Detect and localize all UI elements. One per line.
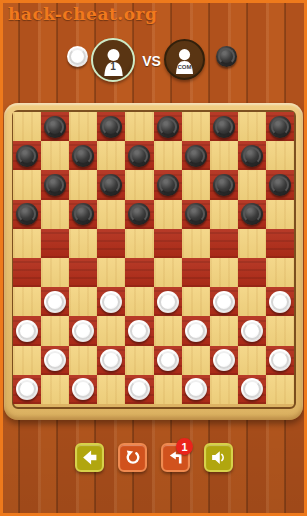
player2-label: COM [166,64,203,70]
board-square[interactable] [210,229,238,258]
vs-label: VS [138,53,165,69]
board-square[interactable] [69,229,97,258]
board-square[interactable] [266,316,294,345]
person-icon [172,47,197,78]
board-square[interactable] [97,375,125,404]
board-square[interactable] [69,346,97,375]
board-square[interactable] [238,316,266,345]
game-screen: hack-cheat.org 1 VS COM [0,0,307,516]
board-square[interactable] [125,346,153,375]
board-square[interactable] [238,375,266,404]
back-arrow-icon [81,449,98,466]
checker-white[interactable] [100,349,122,371]
board-square[interactable] [182,141,210,170]
board-square[interactable] [41,316,69,345]
board-square[interactable] [210,141,238,170]
checker-white[interactable] [100,291,122,313]
checker-black[interactable] [157,174,179,196]
board-square[interactable] [125,112,153,141]
board-square[interactable] [13,229,41,258]
board-square[interactable] [154,287,182,316]
board-square[interactable] [125,287,153,316]
checker-black[interactable] [72,203,94,225]
board-square[interactable] [69,141,97,170]
back-button[interactable] [75,443,104,472]
board-square[interactable] [69,112,97,141]
board-square[interactable] [125,375,153,404]
board-square[interactable] [69,170,97,199]
checker-black[interactable] [185,203,207,225]
board-square[interactable] [97,258,125,287]
board-square[interactable] [13,112,41,141]
checker-black[interactable] [157,116,179,138]
board-square[interactable] [125,258,153,287]
board-square[interactable] [182,112,210,141]
board-square[interactable] [266,258,294,287]
undo-count-badge: 1 [176,438,193,455]
board-square[interactable] [182,200,210,229]
board-square[interactable] [266,229,294,258]
board-square[interactable] [154,316,182,345]
board-square[interactable] [41,375,69,404]
board-square[interactable] [238,112,266,141]
board-square[interactable] [238,141,266,170]
board-square[interactable] [266,141,294,170]
board-square[interactable] [238,200,266,229]
board-square[interactable] [238,258,266,287]
board-square[interactable] [266,346,294,375]
board-square[interactable] [238,229,266,258]
board-square[interactable] [210,346,238,375]
white-side-indicator-disc [67,46,88,67]
watermark-text: hack-cheat.org [8,4,157,24]
board-square[interactable] [154,258,182,287]
checker-white[interactable] [185,378,207,400]
checker-black[interactable] [213,174,235,196]
checker-black[interactable] [241,145,263,167]
board-square[interactable] [210,258,238,287]
board-square[interactable] [210,316,238,345]
board-square[interactable] [97,316,125,345]
checker-white[interactable] [44,291,66,313]
board-square[interactable] [97,112,125,141]
player2-avatar: COM [164,39,205,80]
checker-white[interactable] [44,349,66,371]
board-square[interactable] [69,200,97,229]
board-square[interactable] [210,170,238,199]
board-square[interactable] [182,229,210,258]
board-square[interactable] [13,316,41,345]
checker-white[interactable] [185,320,207,342]
checker-black[interactable] [185,145,207,167]
board-square[interactable] [182,346,210,375]
board-square[interactable] [238,287,266,316]
board-square[interactable] [97,229,125,258]
board-square[interactable] [41,112,69,141]
player1-label: 1 [93,61,133,72]
checker-black[interactable] [44,174,66,196]
checker-white[interactable] [157,291,179,313]
checker-black[interactable] [269,174,291,196]
board-square[interactable] [125,200,153,229]
board-square[interactable] [210,375,238,404]
board-square[interactable] [13,375,41,404]
board-square[interactable] [41,287,69,316]
board-grid [13,112,294,404]
checker-black[interactable] [100,174,122,196]
board-square[interactable] [41,258,69,287]
sound-button[interactable] [204,443,233,472]
board-square[interactable] [266,375,294,404]
checker-black[interactable] [44,116,66,138]
checker-black[interactable] [16,145,38,167]
board-square[interactable] [97,200,125,229]
checker-white[interactable] [128,320,150,342]
board-square[interactable] [97,287,125,316]
board-square[interactable] [238,346,266,375]
checker-black[interactable] [269,116,291,138]
board-square[interactable] [154,229,182,258]
board-square[interactable] [97,346,125,375]
board-square[interactable] [182,258,210,287]
board-square[interactable] [41,346,69,375]
speaker-icon [210,449,227,466]
board-square[interactable] [13,346,41,375]
board-square[interactable] [182,170,210,199]
checker-white[interactable] [213,349,235,371]
checker-black[interactable] [100,116,122,138]
board-square[interactable] [210,287,238,316]
checker-white[interactable] [128,378,150,400]
checker-white[interactable] [241,320,263,342]
board-square[interactable] [210,200,238,229]
board-square[interactable] [125,141,153,170]
checker-white[interactable] [72,378,94,400]
board-square[interactable] [154,375,182,404]
board-square[interactable] [41,229,69,258]
board-square[interactable] [125,229,153,258]
checker-black[interactable] [213,116,235,138]
checkers-board [4,103,303,420]
checker-white[interactable] [16,320,38,342]
board-square[interactable] [238,170,266,199]
checker-black[interactable] [241,203,263,225]
board-square[interactable] [41,200,69,229]
board-square[interactable] [182,287,210,316]
board-square[interactable] [125,170,153,199]
board-square[interactable] [41,141,69,170]
restart-button[interactable] [118,443,147,472]
checker-white[interactable] [241,378,263,400]
board-square[interactable] [266,170,294,199]
board-square[interactable] [41,170,69,199]
board-square[interactable] [182,375,210,404]
board-square[interactable] [97,170,125,199]
checker-white[interactable] [269,349,291,371]
black-side-indicator-disc [216,46,237,67]
board-square[interactable] [266,287,294,316]
board-square[interactable] [182,316,210,345]
board-square[interactable] [69,375,97,404]
board-square[interactable] [154,141,182,170]
board-square[interactable] [69,316,97,345]
checker-white[interactable] [16,378,38,400]
board-square[interactable] [154,200,182,229]
board-square[interactable] [13,258,41,287]
checker-white[interactable] [213,291,235,313]
checker-black[interactable] [72,145,94,167]
board-square[interactable] [69,258,97,287]
board-square[interactable] [154,112,182,141]
board-square[interactable] [266,112,294,141]
checker-black[interactable] [128,203,150,225]
board-square[interactable] [154,170,182,199]
board-square[interactable] [13,170,41,199]
checker-white[interactable] [269,291,291,313]
board-square[interactable] [125,316,153,345]
player1-avatar: 1 [91,38,135,82]
board-square[interactable] [210,112,238,141]
board-square[interactable] [69,287,97,316]
checker-black[interactable] [16,203,38,225]
board-square[interactable] [13,200,41,229]
restart-icon [125,450,141,466]
board-square[interactable] [13,141,41,170]
board-square[interactable] [13,287,41,316]
checker-black[interactable] [128,145,150,167]
board-square[interactable] [266,200,294,229]
board-square[interactable] [97,141,125,170]
checker-white[interactable] [72,320,94,342]
checker-white[interactable] [157,349,179,371]
board-square[interactable] [154,346,182,375]
